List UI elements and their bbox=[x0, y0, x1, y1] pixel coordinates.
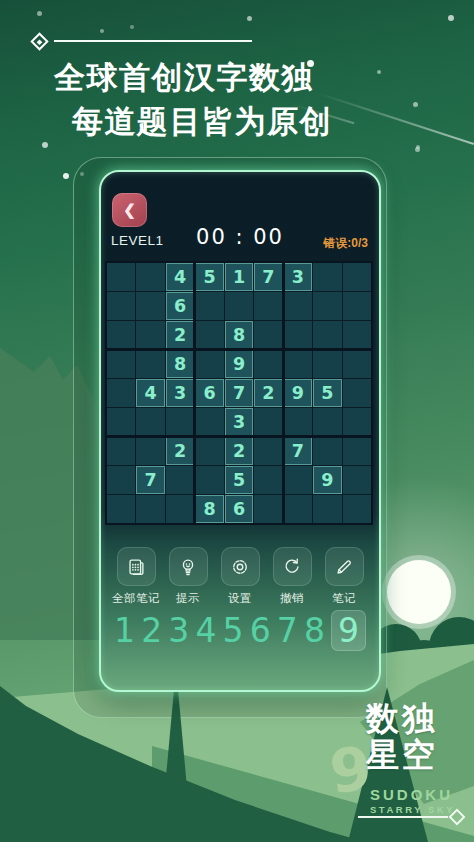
sudoku-cell-r9c2[interactable] bbox=[136, 495, 164, 523]
sudoku-cell-r6c4[interactable] bbox=[195, 408, 223, 436]
sudoku-cell-r4c6[interactable] bbox=[254, 350, 282, 378]
sudoku-cell-r4c5[interactable]: 9 bbox=[225, 350, 253, 378]
sudoku-board: 45173628894367295322775986 bbox=[105, 261, 373, 525]
sudoku-cell-r5c5[interactable]: 7 bbox=[225, 379, 253, 407]
sudoku-cell-r4c2[interactable] bbox=[136, 350, 164, 378]
app-logo: 9 数独 星空 SUDOKU STARRY SKY bbox=[330, 694, 474, 834]
sudoku-cell-r1c1[interactable] bbox=[107, 263, 135, 291]
promo-screenshot: 全球首创汉字数独 每道题目皆为原创 ❮ LEVEL1 00 : 00 错误:0/… bbox=[0, 0, 474, 842]
sudoku-cell-r3c3[interactable]: 2 bbox=[166, 321, 194, 349]
undo-icon bbox=[273, 547, 312, 586]
sudoku-cell-r7c4[interactable] bbox=[195, 437, 223, 465]
sudoku-cell-r1c6[interactable]: 7 bbox=[254, 263, 282, 291]
numpad-digit-5[interactable]: 5 bbox=[223, 614, 244, 647]
sudoku-cell-r2c4[interactable] bbox=[195, 292, 223, 320]
moon bbox=[387, 560, 451, 624]
star-dot bbox=[37, 11, 42, 16]
star-dot bbox=[63, 173, 69, 179]
sudoku-cell-r5c1[interactable] bbox=[107, 379, 135, 407]
sudoku-cell-r7c3[interactable]: 2 bbox=[166, 437, 194, 465]
sudoku-cell-r1c4[interactable]: 5 bbox=[195, 263, 223, 291]
star-dot bbox=[42, 142, 48, 148]
numpad-digit-1[interactable]: 1 bbox=[114, 614, 135, 647]
sudoku-cell-r2c7[interactable] bbox=[284, 292, 312, 320]
star-dot bbox=[448, 15, 454, 21]
toolbar-label: 撤销 bbox=[280, 591, 304, 606]
toolbar-button-5[interactable]: 笔记 bbox=[321, 547, 367, 606]
sudoku-cell-r3c8[interactable] bbox=[313, 321, 341, 349]
toolbar-label: 笔记 bbox=[332, 591, 356, 606]
star-dot bbox=[130, 25, 134, 29]
sudoku-cell-r9c5[interactable]: 6 bbox=[225, 495, 253, 523]
sudoku-cell-r5c4[interactable]: 6 bbox=[195, 379, 223, 407]
toolbar-label: 设置 bbox=[228, 591, 252, 606]
sudoku-cell-r4c9[interactable] bbox=[343, 350, 371, 378]
numpad-digit-8[interactable]: 8 bbox=[304, 614, 325, 647]
number-pad: 123456789 bbox=[101, 606, 379, 654]
star-dot bbox=[140, 120, 144, 124]
box-divider bbox=[193, 263, 196, 523]
box-divider bbox=[107, 348, 371, 351]
sudoku-cell-r6c7[interactable] bbox=[284, 408, 312, 436]
sudoku-cell-r3c6[interactable] bbox=[254, 321, 282, 349]
star-dot bbox=[247, 16, 252, 21]
box-divider bbox=[282, 263, 285, 523]
logo-rule-line bbox=[358, 816, 448, 818]
sudoku-cell-r4c7[interactable] bbox=[284, 350, 312, 378]
sudoku-cell-r2c5[interactable] bbox=[225, 292, 253, 320]
numpad-digit-3[interactable]: 3 bbox=[168, 614, 189, 647]
logo-en-line2: STARRY SKY bbox=[370, 804, 455, 815]
star-dot bbox=[307, 60, 314, 67]
sudoku-cell-r7c6[interactable] bbox=[254, 437, 282, 465]
sudoku-cell-r6c3[interactable] bbox=[166, 408, 194, 436]
hint-bulb-icon bbox=[169, 547, 208, 586]
sudoku-cell-r2c6[interactable] bbox=[254, 292, 282, 320]
toolbar-label: 提示 bbox=[176, 591, 200, 606]
all-notes-icon bbox=[117, 547, 156, 586]
star-dot bbox=[377, 70, 381, 74]
sudoku-cell-r7c9[interactable] bbox=[343, 437, 371, 465]
sudoku-cell-r6c9[interactable] bbox=[343, 408, 371, 436]
sudoku-cell-r3c1[interactable] bbox=[107, 321, 135, 349]
numpad-digit-2[interactable]: 2 bbox=[141, 614, 162, 647]
sudoku-cell-r3c4[interactable] bbox=[195, 321, 223, 349]
numpad-digit-7[interactable]: 7 bbox=[277, 614, 298, 647]
sudoku-cell-r8c4[interactable] bbox=[195, 466, 223, 494]
sudoku-cell-r1c3[interactable]: 4 bbox=[166, 263, 194, 291]
sudoku-cell-r7c7[interactable]: 7 bbox=[284, 437, 312, 465]
sudoku-cell-r7c1[interactable] bbox=[107, 437, 135, 465]
sudoku-cell-r7c8[interactable] bbox=[313, 437, 341, 465]
error-counter: 错误:0/3 bbox=[323, 235, 368, 252]
numpad-digit-6[interactable]: 6 bbox=[250, 614, 271, 647]
sudoku-cell-r3c9[interactable] bbox=[343, 321, 371, 349]
sudoku-cell-r6c5[interactable]: 3 bbox=[225, 408, 253, 436]
toolbar: 全部笔记 提示 设置 撤销 笔记 bbox=[101, 547, 379, 606]
sudoku-cell-r9c4[interactable]: 8 bbox=[195, 495, 223, 523]
pencil-icon bbox=[325, 547, 364, 586]
sudoku-cell-r8c8[interactable]: 9 bbox=[313, 466, 341, 494]
sudoku-cell-r8c1[interactable] bbox=[107, 466, 135, 494]
sudoku-cell-r2c2[interactable] bbox=[136, 292, 164, 320]
sudoku-cell-r6c1[interactable] bbox=[107, 408, 135, 436]
sudoku-cell-r4c3[interactable]: 8 bbox=[166, 350, 194, 378]
sudoku-cell-r9c9[interactable] bbox=[343, 495, 371, 523]
sudoku-cell-r5c8[interactable]: 5 bbox=[313, 379, 341, 407]
sudoku-cell-r1c5[interactable]: 1 bbox=[225, 263, 253, 291]
sudoku-cell-r2c8[interactable] bbox=[313, 292, 341, 320]
sudoku-cell-r8c5[interactable]: 5 bbox=[225, 466, 253, 494]
sudoku-cell-r9c3[interactable] bbox=[166, 495, 194, 523]
sudoku-cell-r2c9[interactable] bbox=[343, 292, 371, 320]
sudoku-cell-r3c5[interactable]: 8 bbox=[225, 321, 253, 349]
back-button[interactable]: ❮ bbox=[112, 193, 147, 227]
sudoku-cell-r5c6[interactable]: 2 bbox=[254, 379, 282, 407]
hero-title-line2: 每道题目皆为原创 bbox=[72, 101, 332, 143]
sudoku-cell-r6c6[interactable] bbox=[254, 408, 282, 436]
sudoku-cell-r8c7[interactable] bbox=[284, 466, 312, 494]
sudoku-cell-r8c3[interactable] bbox=[166, 466, 194, 494]
sudoku-cell-r5c3[interactable]: 3 bbox=[166, 379, 194, 407]
toolbar-button-4[interactable]: 撤销 bbox=[269, 547, 315, 606]
hero-diamond-ornament bbox=[30, 32, 48, 50]
phone-screen: ❮ LEVEL1 00 : 00 错误:0/3 4517362889436729… bbox=[99, 170, 381, 692]
sudoku-cell-r1c9[interactable] bbox=[343, 263, 371, 291]
star-dot bbox=[413, 102, 418, 107]
box-divider bbox=[107, 435, 371, 438]
sudoku-cell-r9c8[interactable] bbox=[313, 495, 341, 523]
sudoku-cell-r3c2[interactable] bbox=[136, 321, 164, 349]
sudoku-cell-r2c1[interactable] bbox=[107, 292, 135, 320]
sudoku-cell-r4c8[interactable] bbox=[313, 350, 341, 378]
star-dot bbox=[100, 29, 104, 33]
toolbar-button-3[interactable]: 设置 bbox=[217, 547, 263, 606]
numpad-digit-9[interactable]: 9 bbox=[331, 610, 366, 651]
sudoku-cell-r7c5[interactable]: 2 bbox=[225, 437, 253, 465]
sudoku-cell-r4c4[interactable] bbox=[195, 350, 223, 378]
logo-en-line1: SUDOKU bbox=[370, 786, 453, 803]
logo-cn-line1: 数独 bbox=[366, 702, 438, 735]
sudoku-cell-r8c6[interactable] bbox=[254, 466, 282, 494]
sudoku-cell-r1c8[interactable] bbox=[313, 263, 341, 291]
sudoku-cell-r3c7[interactable] bbox=[284, 321, 312, 349]
logo-cn-line2: 星空 bbox=[366, 738, 438, 771]
sudoku-cell-r5c2[interactable]: 4 bbox=[136, 379, 164, 407]
sudoku-cell-r8c9[interactable] bbox=[343, 466, 371, 494]
sudoku-cell-r4c1[interactable] bbox=[107, 350, 135, 378]
numpad-digit-4[interactable]: 4 bbox=[195, 614, 216, 647]
hero-rule-line bbox=[54, 40, 252, 42]
toolbar-button-1[interactable]: 全部笔记 bbox=[113, 547, 159, 606]
star-dot bbox=[416, 145, 420, 149]
sudoku-cell-r9c1[interactable] bbox=[107, 495, 135, 523]
hero-title-line1: 全球首创汉字数独 bbox=[54, 57, 314, 99]
toolbar-label: 全部笔记 bbox=[112, 591, 160, 606]
back-chevron-icon: ❮ bbox=[123, 201, 136, 219]
sudoku-cell-r8c2[interactable]: 7 bbox=[136, 466, 164, 494]
toolbar-button-2[interactable]: 提示 bbox=[165, 547, 211, 606]
sudoku-cell-r1c7[interactable]: 3 bbox=[284, 263, 312, 291]
sudoku-cell-r6c8[interactable] bbox=[313, 408, 341, 436]
sudoku-cell-r2c3[interactable]: 6 bbox=[166, 292, 194, 320]
sudoku-cell-r9c7[interactable] bbox=[284, 495, 312, 523]
settings-gear-icon bbox=[221, 547, 260, 586]
sudoku-cell-r1c2[interactable] bbox=[136, 263, 164, 291]
sudoku-cell-r9c6[interactable] bbox=[254, 495, 282, 523]
sudoku-cell-r5c7[interactable]: 9 bbox=[284, 379, 312, 407]
sudoku-cell-r5c9[interactable] bbox=[343, 379, 371, 407]
sudoku-cell-r7c2[interactable] bbox=[136, 437, 164, 465]
sudoku-cell-r6c2[interactable] bbox=[136, 408, 164, 436]
